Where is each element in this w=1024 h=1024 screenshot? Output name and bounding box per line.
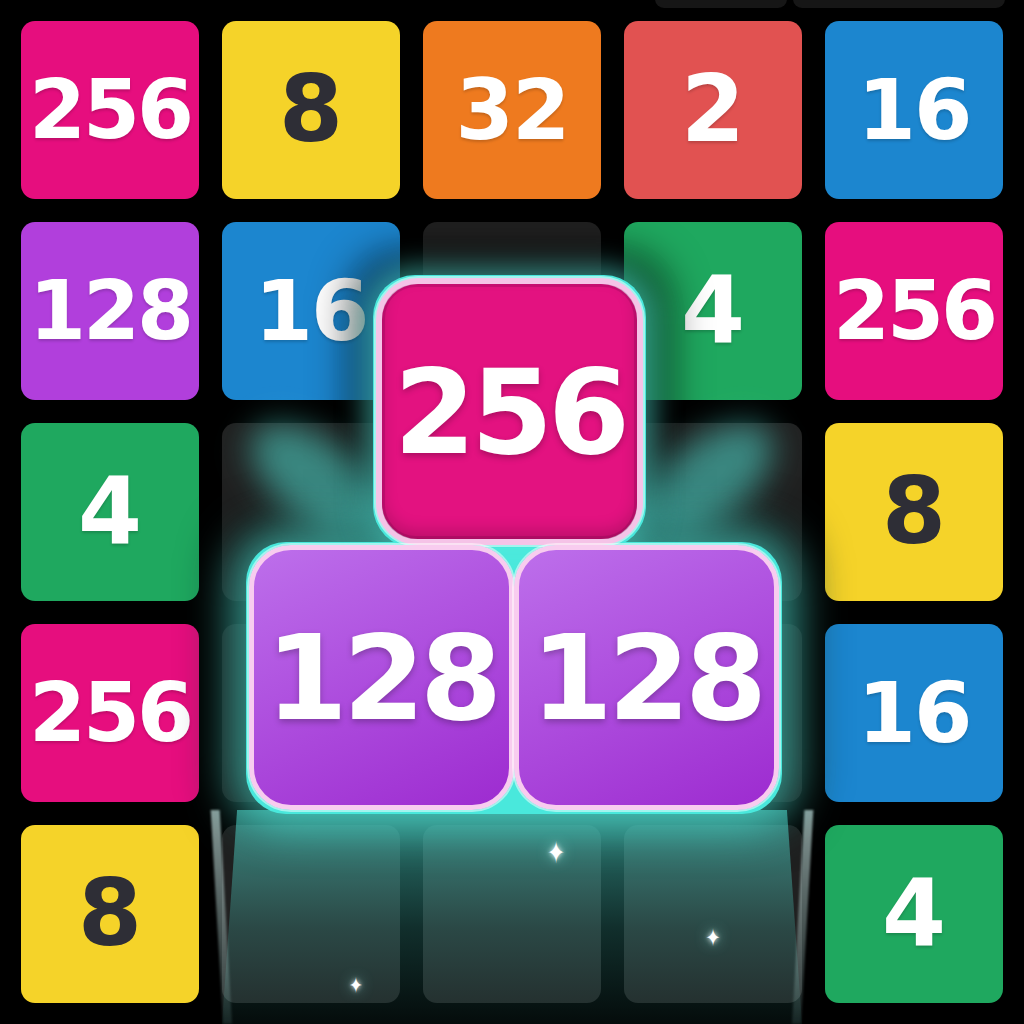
offscreen-tile-hint-left [655,0,787,8]
tile-value: 8 [882,466,946,558]
sparkle-icon: ✦ [706,926,720,950]
tile-value: 256 [833,270,995,352]
tile-32-r1c3: 32 [423,21,601,199]
tile-value: 2 [681,64,745,156]
tile-value: 256 [29,672,191,754]
sparkle-icon: ✦ [349,975,362,997]
tile-value: 256 [29,69,191,151]
game-board[interactable]: 256832216128164256482561684 256 128 128 … [0,0,1024,1024]
merging-right-value: 128 [531,619,762,737]
tile-128-r2c1: 128 [21,222,199,400]
tile-256-r1c1: 256 [21,21,199,199]
tile-value: 4 [78,466,142,558]
light-beam [222,810,802,1024]
merging-tile-128-left: 128 [249,545,514,810]
tile-value: 16 [858,68,971,152]
tile-4-r3c1: 4 [21,423,199,601]
merge-result-tile-256: 256 [376,278,643,545]
merging-tile-128-right: 128 [514,545,779,810]
tile-16-r4c5: 16 [825,624,1003,802]
tile-value: 16 [858,671,971,755]
offscreen-tile-hint-right [793,0,1005,8]
tile-2-r1c4: 2 [624,21,802,199]
tile-8-r3c5: 8 [825,423,1003,601]
tile-16-r1c5: 16 [825,21,1003,199]
tile-8-r1c2: 8 [222,21,400,199]
tile-value: 128 [29,270,191,352]
tile-256-r2c5: 256 [825,222,1003,400]
tile-256-r4c1: 256 [21,624,199,802]
tile-value: 32 [456,68,569,152]
tile-4-r5c5: 4 [825,825,1003,1003]
tile-value: 4 [681,265,745,357]
tile-value: 8 [78,868,142,960]
sparkle-icon: ✦ [547,838,565,868]
tile-value: 8 [279,64,343,156]
tile-value: 4 [882,868,946,960]
merging-left-value: 128 [266,619,497,737]
tile-8-r5c1: 8 [21,825,199,1003]
merge-result-value: 256 [394,353,625,471]
